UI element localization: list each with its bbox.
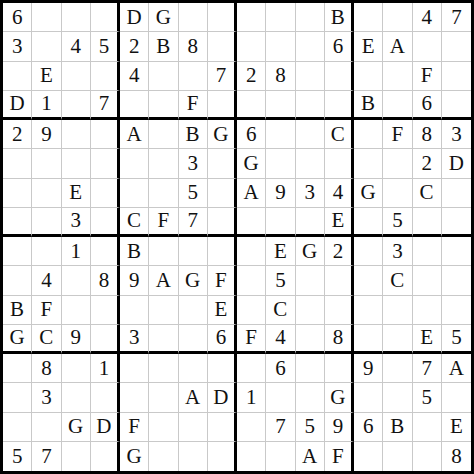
cell-r5c5: A xyxy=(120,120,149,149)
cell-r9c12: 2 xyxy=(325,237,354,266)
cell-r13c1[interactable] xyxy=(3,354,32,383)
cell-r11c14[interactable] xyxy=(383,296,412,325)
cell-r16c15[interactable] xyxy=(413,442,442,471)
cell-r9c13[interactable] xyxy=(354,237,383,266)
cell-r6c4[interactable] xyxy=(91,149,120,178)
cell-r6c8[interactable] xyxy=(208,149,237,178)
cell-r13c3[interactable] xyxy=(62,354,91,383)
cell-r7c8[interactable] xyxy=(208,179,237,208)
cell-r7c2[interactable] xyxy=(32,179,61,208)
cell-r12c9: F xyxy=(237,325,266,354)
cell-r15c6[interactable] xyxy=(149,413,178,442)
cell-r5c10[interactable] xyxy=(266,120,295,149)
cell-r11c12[interactable] xyxy=(325,296,354,325)
cell-r15c16: E xyxy=(442,413,471,442)
cell-r7c6[interactable] xyxy=(149,179,178,208)
cell-r10c5: 9 xyxy=(120,266,149,295)
cell-r1c8[interactable] xyxy=(208,3,237,32)
cell-r2c13: E xyxy=(354,32,383,61)
cell-r5c12: C xyxy=(325,120,354,149)
cell-r1c6: G xyxy=(149,3,178,32)
cell-r6c15: 2 xyxy=(413,149,442,178)
cell-r7c1[interactable] xyxy=(3,179,32,208)
cell-r7c5[interactable] xyxy=(120,179,149,208)
cell-r10c6: A xyxy=(149,266,178,295)
cell-r9c14: 3 xyxy=(383,237,412,266)
cell-r1c5: D xyxy=(120,3,149,32)
cell-r5c15: 8 xyxy=(413,120,442,149)
cell-r4c3[interactable] xyxy=(62,91,91,120)
cell-r6c5[interactable] xyxy=(120,149,149,178)
cell-r13c14[interactable] xyxy=(383,354,412,383)
cell-r9c8[interactable] xyxy=(208,237,237,266)
cell-r13c8[interactable] xyxy=(208,354,237,383)
cell-r2c16[interactable] xyxy=(442,32,471,61)
cell-r8c15[interactable] xyxy=(413,208,442,237)
cell-r2c2[interactable] xyxy=(32,32,61,61)
cell-r12c6[interactable] xyxy=(149,325,178,354)
cell-r4c7: F xyxy=(179,91,208,120)
cell-r8c5: C xyxy=(120,208,149,237)
cell-r10c8: F xyxy=(208,266,237,295)
cell-r13c5[interactable] xyxy=(120,354,149,383)
cell-r16c13[interactable] xyxy=(354,442,383,471)
cell-r8c11[interactable] xyxy=(296,208,325,237)
cell-r14c11[interactable] xyxy=(296,383,325,412)
cell-r16c11: A xyxy=(296,442,325,471)
cell-r2c15[interactable] xyxy=(413,32,442,61)
cell-r3c5: 4 xyxy=(120,62,149,91)
cell-r2c6: B xyxy=(149,32,178,61)
cell-r13c13: 9 xyxy=(354,354,383,383)
cell-r13c16: A xyxy=(442,354,471,383)
cell-r4c14[interactable] xyxy=(383,91,412,120)
cell-r5c3[interactable] xyxy=(62,120,91,149)
cell-r16c12: F xyxy=(325,442,354,471)
cell-r12c4[interactable] xyxy=(91,325,120,354)
cell-r10c9[interactable] xyxy=(237,266,266,295)
cell-r16c2: 7 xyxy=(32,442,61,471)
cell-r9c1[interactable] xyxy=(3,237,32,266)
cell-r15c12: 9 xyxy=(325,413,354,442)
cell-r10c1[interactable] xyxy=(3,266,32,295)
cell-r8c4[interactable] xyxy=(91,208,120,237)
cell-r15c2[interactable] xyxy=(32,413,61,442)
cell-r3c2: E xyxy=(32,62,61,91)
cell-r8c1[interactable] xyxy=(3,208,32,237)
cell-r16c1: 5 xyxy=(3,442,32,471)
cell-r13c12[interactable] xyxy=(325,354,354,383)
cell-r11c3[interactable] xyxy=(62,296,91,325)
cell-r4c15: 6 xyxy=(413,91,442,120)
cell-r11c9[interactable] xyxy=(237,296,266,325)
cell-r16c6[interactable] xyxy=(149,442,178,471)
cell-r1c11[interactable] xyxy=(296,3,325,32)
cell-r11c16[interactable] xyxy=(442,296,471,325)
cell-r1c3[interactable] xyxy=(62,3,91,32)
cell-r9c16[interactable] xyxy=(442,237,471,266)
cell-r3c1[interactable] xyxy=(3,62,32,91)
cell-r10c14: C xyxy=(383,266,412,295)
cell-r9c9[interactable] xyxy=(237,237,266,266)
cell-r7c16[interactable] xyxy=(442,179,471,208)
cell-r5c1: 2 xyxy=(3,120,32,149)
cell-r16c3[interactable] xyxy=(62,442,91,471)
cell-r14c7: A xyxy=(179,383,208,412)
cell-r3c14[interactable] xyxy=(383,62,412,91)
cell-r11c4[interactable] xyxy=(91,296,120,325)
cell-r15c13: 6 xyxy=(354,413,383,442)
cell-r6c14[interactable] xyxy=(383,149,412,178)
cell-r6c16: D xyxy=(442,149,471,178)
cell-r15c9[interactable] xyxy=(237,413,266,442)
cell-r16c8[interactable] xyxy=(208,442,237,471)
cell-r9c6[interactable] xyxy=(149,237,178,266)
cell-r3c11[interactable] xyxy=(296,62,325,91)
cell-r2c3: 4 xyxy=(62,32,91,61)
cell-r5c14: F xyxy=(383,120,412,149)
cell-r11c2: F xyxy=(32,296,61,325)
cell-r11c10: C xyxy=(266,296,295,325)
cell-r8c12: E xyxy=(325,208,354,237)
cell-r14c6[interactable] xyxy=(149,383,178,412)
cell-r4c4: 7 xyxy=(91,91,120,120)
cell-r7c10: 9 xyxy=(266,179,295,208)
sudoku-board: 6DGB473452B86EAE4728FD17FB629ABG6CF833G2… xyxy=(0,0,474,474)
cell-r13c4: 1 xyxy=(91,354,120,383)
cell-r3c16[interactable] xyxy=(442,62,471,91)
cell-r1c14[interactable] xyxy=(383,3,412,32)
cell-r16c16: 8 xyxy=(442,442,471,471)
cell-r4c5[interactable] xyxy=(120,91,149,120)
cell-r15c4: D xyxy=(91,413,120,442)
cell-r8c13[interactable] xyxy=(354,208,383,237)
cell-r16c7[interactable] xyxy=(179,442,208,471)
cell-r2c7: 8 xyxy=(179,32,208,61)
cell-r11c13[interactable] xyxy=(354,296,383,325)
cell-r15c11: 5 xyxy=(296,413,325,442)
cell-r14c4[interactable] xyxy=(91,383,120,412)
cell-r10c16[interactable] xyxy=(442,266,471,295)
cell-r14c14[interactable] xyxy=(383,383,412,412)
cell-r6c11[interactable] xyxy=(296,149,325,178)
cell-r14c12: G xyxy=(325,383,354,412)
cell-r5c7: B xyxy=(179,120,208,149)
cell-r3c9: 2 xyxy=(237,62,266,91)
cell-r1c2[interactable] xyxy=(32,3,61,32)
cell-r15c3: G xyxy=(62,413,91,442)
cell-r8c2[interactable] xyxy=(32,208,61,237)
cell-r8c8[interactable] xyxy=(208,208,237,237)
cell-r16c5: G xyxy=(120,442,149,471)
cell-r4c6[interactable] xyxy=(149,91,178,120)
cell-r12c5: 3 xyxy=(120,325,149,354)
cell-r4c11[interactable] xyxy=(296,91,325,120)
cell-r9c15[interactable] xyxy=(413,237,442,266)
cell-r8c14: 5 xyxy=(383,208,412,237)
cell-r4c1: D xyxy=(3,91,32,120)
cell-r15c1[interactable] xyxy=(3,413,32,442)
cell-r10c4: 8 xyxy=(91,266,120,295)
cell-r14c15: 5 xyxy=(413,383,442,412)
cell-r7c14[interactable] xyxy=(383,179,412,208)
cell-r3c15: F xyxy=(413,62,442,91)
cell-r14c3[interactable] xyxy=(62,383,91,412)
cell-r12c1: G xyxy=(3,325,32,354)
cell-r1c15: 4 xyxy=(413,3,442,32)
cell-r2c12: 6 xyxy=(325,32,354,61)
cell-r2c9[interactable] xyxy=(237,32,266,61)
cell-r11c15[interactable] xyxy=(413,296,442,325)
cell-r6c10[interactable] xyxy=(266,149,295,178)
cell-r6c12[interactable] xyxy=(325,149,354,178)
cell-r6c3[interactable] xyxy=(62,149,91,178)
cell-r9c5: B xyxy=(120,237,149,266)
cell-r7c13: G xyxy=(354,179,383,208)
cell-r16c9[interactable] xyxy=(237,442,266,471)
cell-r15c7[interactable] xyxy=(179,413,208,442)
cell-r10c3[interactable] xyxy=(62,266,91,295)
cell-r4c2: 1 xyxy=(32,91,61,120)
cell-r8c3: 3 xyxy=(62,208,91,237)
cell-r1c16: 7 xyxy=(442,3,471,32)
cell-r3c13[interactable] xyxy=(354,62,383,91)
cell-r7c4[interactable] xyxy=(91,179,120,208)
cell-r4c8[interactable] xyxy=(208,91,237,120)
cell-r5c8: G xyxy=(208,120,237,149)
cell-r10c10: 5 xyxy=(266,266,295,295)
cell-r10c7: G xyxy=(179,266,208,295)
cell-r9c7[interactable] xyxy=(179,237,208,266)
cell-r9c11: G xyxy=(296,237,325,266)
cell-r2c11[interactable] xyxy=(296,32,325,61)
cell-r15c8[interactable] xyxy=(208,413,237,442)
cell-r1c9[interactable] xyxy=(237,3,266,32)
cell-r13c10: 6 xyxy=(266,354,295,383)
cell-r15c14: B xyxy=(383,413,412,442)
cell-r14c13[interactable] xyxy=(354,383,383,412)
cell-r10c15[interactable] xyxy=(413,266,442,295)
cell-r12c11[interactable] xyxy=(296,325,325,354)
cell-r6c7: 3 xyxy=(179,149,208,178)
cell-r11c5[interactable] xyxy=(120,296,149,325)
cell-r6c2[interactable] xyxy=(32,149,61,178)
cell-r2c10[interactable] xyxy=(266,32,295,61)
cell-r6c6[interactable] xyxy=(149,149,178,178)
cell-r7c15: C xyxy=(413,179,442,208)
cell-r7c11: 3 xyxy=(296,179,325,208)
cell-r5c13[interactable] xyxy=(354,120,383,149)
cell-r4c10[interactable] xyxy=(266,91,295,120)
cell-r12c8: 6 xyxy=(208,325,237,354)
cell-r1c4[interactable] xyxy=(91,3,120,32)
cell-r15c5: F xyxy=(120,413,149,442)
cell-r13c15: 7 xyxy=(413,354,442,383)
cell-r14c9: 1 xyxy=(237,383,266,412)
cell-r14c16[interactable] xyxy=(442,383,471,412)
cell-r10c12[interactable] xyxy=(325,266,354,295)
cell-r10c13[interactable] xyxy=(354,266,383,295)
cell-r11c8: E xyxy=(208,296,237,325)
cell-r9c4[interactable] xyxy=(91,237,120,266)
cell-r10c2: 4 xyxy=(32,266,61,295)
cell-r14c10[interactable] xyxy=(266,383,295,412)
cell-r14c5[interactable] xyxy=(120,383,149,412)
cell-r9c2[interactable] xyxy=(32,237,61,266)
cell-r3c10: 8 xyxy=(266,62,295,91)
cell-r1c13[interactable] xyxy=(354,3,383,32)
cell-r7c3: E xyxy=(62,179,91,208)
cell-r3c6[interactable] xyxy=(149,62,178,91)
cell-r8c6: F xyxy=(149,208,178,237)
cell-r4c13: B xyxy=(354,91,383,120)
cell-r11c7[interactable] xyxy=(179,296,208,325)
cell-r2c8[interactable] xyxy=(208,32,237,61)
cell-r3c8: 7 xyxy=(208,62,237,91)
cell-r9c10: E xyxy=(266,237,295,266)
cell-r12c16: 5 xyxy=(442,325,471,354)
cell-r12c7[interactable] xyxy=(179,325,208,354)
cell-r1c7[interactable] xyxy=(179,3,208,32)
cell-r15c15[interactable] xyxy=(413,413,442,442)
cell-r3c3[interactable] xyxy=(62,62,91,91)
cell-r7c7: 5 xyxy=(179,179,208,208)
cell-r13c9[interactable] xyxy=(237,354,266,383)
cell-r8c10[interactable] xyxy=(266,208,295,237)
cell-r16c14[interactable] xyxy=(383,442,412,471)
cell-r3c7[interactable] xyxy=(179,62,208,91)
cell-r1c12: B xyxy=(325,3,354,32)
cell-r1c1: 6 xyxy=(3,3,32,32)
cell-r5c2: 9 xyxy=(32,120,61,149)
cell-r16c10[interactable] xyxy=(266,442,295,471)
cell-r12c13[interactable] xyxy=(354,325,383,354)
cell-r12c3: 9 xyxy=(62,325,91,354)
cell-r5c16: 3 xyxy=(442,120,471,149)
cell-r12c10: 4 xyxy=(266,325,295,354)
cell-r9c3: 1 xyxy=(62,237,91,266)
cell-r12c2: C xyxy=(32,325,61,354)
cell-r13c6[interactable] xyxy=(149,354,178,383)
cell-r4c16[interactable] xyxy=(442,91,471,120)
cell-r6c13[interactable] xyxy=(354,149,383,178)
cell-r5c9: 6 xyxy=(237,120,266,149)
cell-r12c15: E xyxy=(413,325,442,354)
cell-r13c11[interactable] xyxy=(296,354,325,383)
cell-r2c5: 2 xyxy=(120,32,149,61)
cell-r8c16[interactable] xyxy=(442,208,471,237)
cell-r15c10: 7 xyxy=(266,413,295,442)
cell-r2c14: A xyxy=(383,32,412,61)
cell-r5c4[interactable] xyxy=(91,120,120,149)
cell-r8c7: 7 xyxy=(179,208,208,237)
cell-r11c1: B xyxy=(3,296,32,325)
cell-r13c7[interactable] xyxy=(179,354,208,383)
cell-r12c14[interactable] xyxy=(383,325,412,354)
cell-r3c4[interactable] xyxy=(91,62,120,91)
cell-r8c9[interactable] xyxy=(237,208,266,237)
cell-r3c12[interactable] xyxy=(325,62,354,91)
cell-r12c12: 8 xyxy=(325,325,354,354)
cell-r14c8: D xyxy=(208,383,237,412)
cell-r2c1: 3 xyxy=(3,32,32,61)
cell-r13c2: 8 xyxy=(32,354,61,383)
cell-r14c2: 3 xyxy=(32,383,61,412)
cell-r11c6[interactable] xyxy=(149,296,178,325)
cell-r14c1[interactable] xyxy=(3,383,32,412)
cell-r1c10[interactable] xyxy=(266,3,295,32)
cell-r11c11[interactable] xyxy=(296,296,325,325)
cell-r2c4: 5 xyxy=(91,32,120,61)
cell-r6c9: G xyxy=(237,149,266,178)
cell-r6c1[interactable] xyxy=(3,149,32,178)
cell-r4c9[interactable] xyxy=(237,91,266,120)
cell-r4c12[interactable] xyxy=(325,91,354,120)
cell-r5c6[interactable] xyxy=(149,120,178,149)
cell-r16c4[interactable] xyxy=(91,442,120,471)
cell-r5c11[interactable] xyxy=(296,120,325,149)
cell-r7c9: A xyxy=(237,179,266,208)
cell-r7c12: 4 xyxy=(325,179,354,208)
cell-r10c11[interactable] xyxy=(296,266,325,295)
